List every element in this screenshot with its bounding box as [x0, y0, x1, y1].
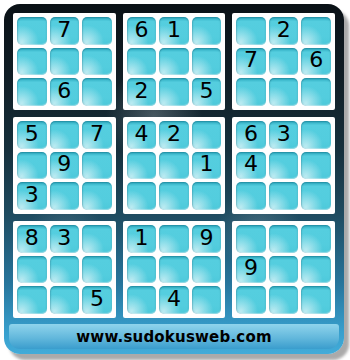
given-digit: 4	[244, 153, 258, 175]
cell-r3c5[interactable]	[159, 78, 189, 106]
cell-r3c1[interactable]	[17, 78, 47, 106]
cell-r7c9[interactable]	[301, 225, 331, 253]
given-digit: 6	[309, 49, 323, 71]
given-digit: 7	[57, 19, 71, 41]
cell-r5c8[interactable]	[269, 152, 299, 180]
cell-r2c5[interactable]	[159, 48, 189, 76]
cell-r1c7[interactable]	[236, 17, 266, 45]
cell-r2c4[interactable]	[127, 48, 157, 76]
cell-r8c3[interactable]	[82, 256, 112, 284]
cell-r3c3[interactable]	[82, 78, 112, 106]
given-digit: 4	[134, 123, 148, 145]
given-digit: 3	[25, 184, 39, 206]
cell-r6c9[interactable]	[301, 182, 331, 210]
site-url[interactable]: www.sudokusweb.com	[76, 328, 271, 346]
given-digit: 5	[90, 288, 104, 310]
cell-r4c7[interactable]: 6	[236, 121, 266, 149]
given-digit: 9	[57, 153, 71, 175]
box-3-1: 835	[13, 221, 116, 318]
cell-r7c2[interactable]: 3	[50, 225, 80, 253]
cell-r7c4[interactable]: 1	[127, 225, 157, 253]
cell-r5c3[interactable]	[82, 152, 112, 180]
page: 76612527657934216348351949 www.sudokuswe…	[0, 0, 350, 360]
cell-r2c2[interactable]	[50, 48, 80, 76]
given-digit: 5	[25, 123, 39, 145]
cell-r9c2[interactable]	[50, 286, 80, 314]
box-2-1: 5793	[13, 117, 116, 214]
cell-r9c4[interactable]	[127, 286, 157, 314]
cell-r1c4[interactable]: 6	[127, 17, 157, 45]
given-digit: 8	[25, 227, 39, 249]
cell-r7c5[interactable]	[159, 225, 189, 253]
cell-r2c7[interactable]: 7	[236, 48, 266, 76]
cell-r9c3[interactable]: 5	[82, 286, 112, 314]
cell-r2c1[interactable]	[17, 48, 47, 76]
cell-r3c6[interactable]: 5	[192, 78, 222, 106]
cell-r8c1[interactable]	[17, 256, 47, 284]
cell-r8c7[interactable]: 9	[236, 256, 266, 284]
cell-r1c1[interactable]	[17, 17, 47, 45]
cell-r5c4[interactable]	[127, 152, 157, 180]
cell-r2c3[interactable]	[82, 48, 112, 76]
given-digit: 6	[134, 19, 148, 41]
cell-r1c8[interactable]: 2	[269, 17, 299, 45]
cell-r6c8[interactable]	[269, 182, 299, 210]
cell-r8c2[interactable]	[50, 256, 80, 284]
given-digit: 5	[200, 80, 214, 102]
cell-r6c3[interactable]	[82, 182, 112, 210]
cell-r7c8[interactable]	[269, 225, 299, 253]
given-digit: 2	[167, 123, 181, 145]
given-digit: 3	[57, 227, 71, 249]
given-digit: 7	[90, 123, 104, 145]
sudoku-board: 76612527657934216348351949 www.sudokuswe…	[4, 4, 344, 354]
cell-r5c6[interactable]: 1	[192, 152, 222, 180]
cell-r1c5[interactable]: 1	[159, 17, 189, 45]
cell-r4c3[interactable]: 7	[82, 121, 112, 149]
given-digit: 9	[244, 257, 258, 279]
cell-r6c2[interactable]	[50, 182, 80, 210]
given-digit: 6	[57, 80, 71, 102]
given-digit: 3	[277, 123, 291, 145]
box-3-2: 194	[123, 221, 226, 318]
cell-r9c6[interactable]	[192, 286, 222, 314]
cell-r3c2[interactable]: 6	[50, 78, 80, 106]
cell-r6c1[interactable]: 3	[17, 182, 47, 210]
cell-r5c2[interactable]: 9	[50, 152, 80, 180]
cell-r5c7[interactable]: 4	[236, 152, 266, 180]
cell-r5c5[interactable]	[159, 152, 189, 180]
cell-r4c8[interactable]: 3	[269, 121, 299, 149]
cell-r9c1[interactable]	[17, 286, 47, 314]
cell-r1c3[interactable]	[82, 17, 112, 45]
cell-r3c8[interactable]	[269, 78, 299, 106]
cell-r2c8[interactable]	[269, 48, 299, 76]
cell-r8c5[interactable]	[159, 256, 189, 284]
box-3-3: 9	[232, 221, 335, 318]
cell-r9c8[interactable]	[269, 286, 299, 314]
given-digit: 1	[134, 227, 148, 249]
cell-r3c7[interactable]	[236, 78, 266, 106]
cell-r4c1[interactable]: 5	[17, 121, 47, 149]
given-digit: 2	[134, 80, 148, 102]
cell-r7c7[interactable]	[236, 225, 266, 253]
box-2-3: 634	[232, 117, 335, 214]
cell-r7c6[interactable]: 9	[192, 225, 222, 253]
cell-r4c5[interactable]: 2	[159, 121, 189, 149]
cell-r2c9[interactable]: 6	[301, 48, 331, 76]
given-digit: 1	[167, 19, 181, 41]
box-1-3: 276	[232, 13, 335, 110]
cell-r1c9[interactable]	[301, 17, 331, 45]
given-digit: 1	[200, 153, 214, 175]
box-2-2: 421	[123, 117, 226, 214]
cell-r9c9[interactable]	[301, 286, 331, 314]
footer-bar: www.sudokusweb.com	[9, 324, 339, 349]
given-digit: 6	[244, 123, 258, 145]
given-digit: 2	[277, 19, 291, 41]
cell-r8c9[interactable]	[301, 256, 331, 284]
cell-r4c6[interactable]	[192, 121, 222, 149]
cell-r3c9[interactable]	[301, 78, 331, 106]
cell-r9c5[interactable]: 4	[159, 286, 189, 314]
cell-r6c4[interactable]	[127, 182, 157, 210]
cell-r8c8[interactable]	[269, 256, 299, 284]
given-digit: 7	[244, 49, 258, 71]
cell-r1c2[interactable]: 7	[50, 17, 80, 45]
cell-r6c7[interactable]	[236, 182, 266, 210]
cell-r4c9[interactable]	[301, 121, 331, 149]
cell-r8c4[interactable]	[127, 256, 157, 284]
cell-r4c2[interactable]	[50, 121, 80, 149]
given-digit: 9	[200, 227, 214, 249]
cell-r6c6[interactable]	[192, 182, 222, 210]
cell-r2c6[interactable]	[192, 48, 222, 76]
cell-r7c1[interactable]: 8	[17, 225, 47, 253]
sudoku-boxes-grid: 76612527657934216348351949	[4, 4, 344, 322]
cell-r5c1[interactable]	[17, 152, 47, 180]
cell-r8c6[interactable]	[192, 256, 222, 284]
cell-r6c5[interactable]	[159, 182, 189, 210]
box-1-2: 6125	[123, 13, 226, 110]
cell-r3c4[interactable]: 2	[127, 78, 157, 106]
cell-r1c6[interactable]	[192, 17, 222, 45]
given-digit: 4	[167, 288, 181, 310]
cell-r4c4[interactable]: 4	[127, 121, 157, 149]
box-1-1: 76	[13, 13, 116, 110]
cell-r9c7[interactable]	[236, 286, 266, 314]
cell-r5c9[interactable]	[301, 152, 331, 180]
cell-r7c3[interactable]	[82, 225, 112, 253]
